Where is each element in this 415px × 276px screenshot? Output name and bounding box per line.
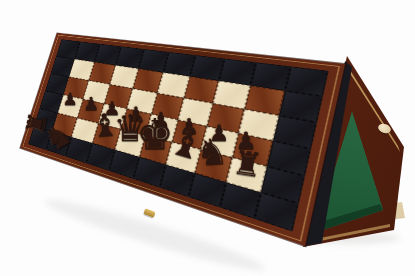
black-knight-g1[interactable]: ♞ — [195, 133, 230, 171]
chess-set-photo: ♟♟♟♟♟♟♟♟♜♞♝♛♚♝♞♜ — [0, 0, 415, 276]
black-rook-h1[interactable]: ♜ — [231, 145, 265, 182]
brass-clasp[interactable] — [143, 208, 155, 218]
black-pawn-a2[interactable]: ♟ — [62, 91, 77, 108]
